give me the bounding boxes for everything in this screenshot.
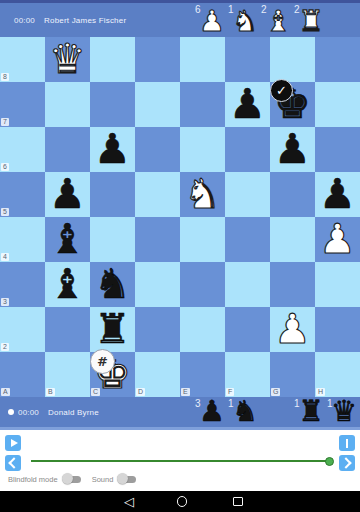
square-f1[interactable]: F xyxy=(225,352,270,397)
captured-slot-pawn: 6♟ xyxy=(193,3,226,37)
square-c4[interactable] xyxy=(90,217,135,262)
file-label-A: A xyxy=(1,388,10,396)
square-e5[interactable]: ♞ xyxy=(180,172,225,217)
square-f3[interactable] xyxy=(225,262,270,307)
square-g3[interactable] xyxy=(270,262,315,307)
settings-toggles: Blindfold mode Sound xyxy=(8,473,147,485)
square-h6[interactable] xyxy=(315,127,360,172)
bottom-player-info: 00:00 Donald Byrne xyxy=(0,397,99,427)
captured-count: 3 xyxy=(195,398,201,409)
square-d7[interactable] xyxy=(135,82,180,127)
white-pawn: ♟ xyxy=(274,307,311,352)
captured-black-rook: ♜ xyxy=(298,396,324,427)
captured-count: 1 xyxy=(327,398,333,409)
toggle-thumb xyxy=(62,473,73,484)
home-circle-icon xyxy=(177,496,188,507)
square-h2[interactable] xyxy=(315,307,360,352)
captured-count: 1 xyxy=(228,398,234,409)
black-pawn: ♟ xyxy=(319,172,356,217)
top-player-bar: 00:00 Robert James Fischer 6♟1♞2♝2♜ xyxy=(0,0,360,37)
square-b1[interactable]: B xyxy=(45,352,90,397)
square-a1[interactable]: A xyxy=(0,352,45,397)
square-b4[interactable]: ♝ xyxy=(45,217,90,262)
square-d3[interactable] xyxy=(135,262,180,307)
square-h4[interactable]: ♟ xyxy=(315,217,360,262)
square-c8[interactable] xyxy=(90,37,135,82)
square-e7[interactable] xyxy=(180,82,225,127)
bottom-captured-tray: 3♟1♞1♜1♛ xyxy=(193,397,358,427)
captured-count: 6 xyxy=(195,4,201,15)
square-e1[interactable]: E xyxy=(180,352,225,397)
captured-white-knight: ♞ xyxy=(232,6,258,37)
back-triangle-icon: ◁ xyxy=(124,491,134,512)
square-a8[interactable]: 8 xyxy=(0,37,45,82)
square-d8[interactable] xyxy=(135,37,180,82)
file-label-D: D xyxy=(136,388,145,396)
file-label-F: F xyxy=(226,388,234,396)
square-e8[interactable] xyxy=(180,37,225,82)
chess-app-screen: 00:00 Robert James Fischer 6♟1♞2♝2♜ 8♛7♟… xyxy=(0,0,360,512)
square-g5[interactable] xyxy=(270,172,315,217)
square-f5[interactable] xyxy=(225,172,270,217)
square-e3[interactable] xyxy=(180,262,225,307)
winner-check-badge: ✓ xyxy=(270,79,293,102)
rank-label-4: 4 xyxy=(1,253,9,261)
file-label-H: H xyxy=(316,388,325,396)
captured-slot-queen xyxy=(325,3,358,37)
square-g4[interactable] xyxy=(270,217,315,262)
square-a2[interactable]: 2 xyxy=(0,307,45,352)
square-d6[interactable] xyxy=(135,127,180,172)
chevron-left-icon xyxy=(8,457,19,468)
square-h7[interactable] xyxy=(315,82,360,127)
square-b8[interactable]: ♛ xyxy=(45,37,90,82)
square-a6[interactable]: 6 xyxy=(0,127,45,172)
rank-label-2: 2 xyxy=(1,343,9,351)
black-knight: ♞ xyxy=(94,262,131,307)
square-a4[interactable]: 4 xyxy=(0,217,45,262)
android-home-button[interactable] xyxy=(172,491,192,512)
black-pawn: ♟ xyxy=(94,127,131,172)
white-to-move-dot xyxy=(8,409,14,415)
square-c2[interactable]: ♜ xyxy=(90,307,135,352)
square-g7[interactable]: ♚✓ xyxy=(270,82,315,127)
square-g8[interactable] xyxy=(270,37,315,82)
square-d1[interactable]: D xyxy=(135,352,180,397)
captured-black-queen: ♛ xyxy=(331,396,357,427)
square-g2[interactable]: ♟ xyxy=(270,307,315,352)
blindfold-mode-toggle[interactable] xyxy=(62,473,82,485)
square-f7[interactable]: ♟ xyxy=(225,82,270,127)
square-f8[interactable] xyxy=(225,37,270,82)
sound-toggle[interactable] xyxy=(117,473,137,485)
blindfold-mode-label: Blindfold mode xyxy=(8,475,58,484)
black-pawn: ♟ xyxy=(229,82,266,127)
captured-count: 2 xyxy=(294,4,300,15)
square-c7[interactable] xyxy=(90,82,135,127)
move-slider[interactable] xyxy=(26,452,334,470)
checkmate-badge: # xyxy=(90,349,115,374)
square-g1[interactable]: G xyxy=(270,352,315,397)
top-captured-tray: 6♟1♞2♝2♜ xyxy=(193,3,358,37)
black-bishop: ♝ xyxy=(49,217,86,262)
square-d2[interactable] xyxy=(135,307,180,352)
captured-white-pawn: ♟ xyxy=(199,6,225,37)
square-b6[interactable] xyxy=(45,127,90,172)
captured-black-pawn: ♟ xyxy=(199,396,225,427)
file-label-C: C xyxy=(91,388,100,396)
chess-board: 8♛7♟♚✓6♟♟5♟♞♟4♝♟3♝♞2♜♟ABC♚#DEFGH xyxy=(0,37,360,397)
top-player-info: 00:00 Robert James Fischer xyxy=(0,3,126,37)
bottom-player-bar: 00:00 Donald Byrne 3♟1♞1♜1♛ xyxy=(0,397,360,430)
bottom-player-clock: 00:00 xyxy=(18,408,39,417)
autoplay-button[interactable] xyxy=(5,435,21,451)
square-h3[interactable] xyxy=(315,262,360,307)
square-b2[interactable] xyxy=(45,307,90,352)
square-d4[interactable] xyxy=(135,217,180,262)
square-c1[interactable]: C♚# xyxy=(90,352,135,397)
previous-move-button[interactable] xyxy=(5,455,21,471)
move-slider-track xyxy=(31,460,329,462)
square-b3[interactable]: ♝ xyxy=(45,262,90,307)
play-icon xyxy=(11,439,18,447)
square-e6[interactable] xyxy=(180,127,225,172)
captured-white-rook: ♜ xyxy=(298,6,324,37)
captured-count: 1 xyxy=(228,4,234,15)
rank-label-5: 5 xyxy=(1,208,9,216)
white-knight: ♞ xyxy=(184,172,221,217)
bottom-player-name: Donald Byrne xyxy=(48,408,99,417)
square-b5[interactable]: ♟ xyxy=(45,172,90,217)
move-slider-knob[interactable] xyxy=(325,457,334,466)
square-a3[interactable]: 3 xyxy=(0,262,45,307)
black-pawn: ♟ xyxy=(49,172,86,217)
captured-count: 1 xyxy=(294,398,300,409)
playback-controls: Blindfold mode Sound xyxy=(0,430,360,491)
square-a5[interactable]: 5 xyxy=(0,172,45,217)
top-player-clock: 00:00 xyxy=(14,16,35,25)
captured-slot-knight: 1♞ xyxy=(226,397,259,427)
square-a7[interactable]: 7 xyxy=(0,82,45,127)
square-f2[interactable] xyxy=(225,307,270,352)
square-e2[interactable] xyxy=(180,307,225,352)
captured-count: 2 xyxy=(261,4,267,15)
captured-slot-knight: 1♞ xyxy=(226,3,259,37)
captured-slot-bishop xyxy=(259,397,292,427)
square-f6[interactable] xyxy=(225,127,270,172)
android-back-button[interactable]: ◁ xyxy=(119,491,139,512)
chevron-right-icon xyxy=(340,457,351,468)
white-queen: ♛ xyxy=(49,37,86,82)
rank-label-8: 8 xyxy=(1,73,9,81)
captured-slot-bishop: 2♝ xyxy=(259,3,292,37)
square-b7[interactable] xyxy=(45,82,90,127)
file-label-G: G xyxy=(271,388,280,396)
file-label-B: B xyxy=(46,388,55,396)
top-player-name: Robert James Fischer xyxy=(44,16,126,25)
square-f4[interactable] xyxy=(225,217,270,262)
square-c5[interactable] xyxy=(90,172,135,217)
captured-slot-pawn: 3♟ xyxy=(193,397,226,427)
square-h8[interactable] xyxy=(315,37,360,82)
android-recents-button[interactable] xyxy=(228,491,248,512)
file-label-E: E xyxy=(181,388,190,396)
captured-slot-queen: 1♛ xyxy=(325,397,358,427)
black-bishop: ♝ xyxy=(49,262,86,307)
square-g6[interactable]: ♟ xyxy=(270,127,315,172)
rank-label-6: 6 xyxy=(1,163,9,171)
rank-label-7: 7 xyxy=(1,118,9,126)
rank-label-3: 3 xyxy=(1,298,9,306)
square-h1[interactable]: H xyxy=(315,352,360,397)
square-e4[interactable] xyxy=(180,217,225,262)
square-c3[interactable]: ♞ xyxy=(90,262,135,307)
square-c6[interactable]: ♟ xyxy=(90,127,135,172)
square-d5[interactable] xyxy=(135,172,180,217)
captured-slot-rook: 1♜ xyxy=(292,397,325,427)
black-pawn: ♟ xyxy=(274,127,311,172)
captured-black-knight: ♞ xyxy=(232,396,258,427)
recents-square-icon xyxy=(233,497,243,507)
black-rook: ♜ xyxy=(94,307,131,352)
end-bar-icon xyxy=(346,439,349,448)
captured-slot-rook: 2♜ xyxy=(292,3,325,37)
captured-white-bishop: ♝ xyxy=(265,6,291,37)
jump-to-end-button[interactable] xyxy=(339,435,355,451)
android-nav-bar: ◁ xyxy=(0,491,360,512)
next-move-button[interactable] xyxy=(339,455,355,471)
square-h5[interactable]: ♟ xyxy=(315,172,360,217)
sound-label: Sound xyxy=(92,475,114,484)
white-pawn: ♟ xyxy=(319,217,356,262)
